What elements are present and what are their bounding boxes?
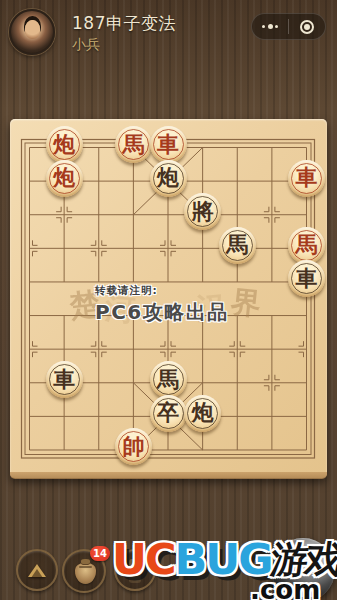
logo-uc: UC	[112, 534, 174, 584]
piece-black-車[interactable]: 車	[46, 361, 83, 398]
piece-glyph: 馬	[157, 368, 179, 390]
piece-glyph: 帥	[122, 435, 144, 457]
piece-red-炮[interactable]: 炮	[46, 160, 83, 197]
ucbug-watermark: UCBUG游戏网.com	[112, 534, 337, 587]
notification-badge: 14	[90, 546, 110, 561]
center-watermark: 转载请注明: PC6攻略出品	[95, 284, 229, 326]
piece-glyph: 車	[296, 166, 318, 188]
piece-glyph: 車	[157, 133, 179, 155]
watermark-note: 转载请注明:	[95, 284, 229, 298]
piece-red-馬[interactable]: 馬	[288, 227, 325, 264]
expand-up-button[interactable]	[16, 549, 58, 591]
piece-red-馬[interactable]: 馬	[115, 126, 152, 163]
piece-black-卒[interactable]: 卒	[150, 395, 187, 432]
chevron-up-icon	[28, 564, 46, 577]
piece-black-馬[interactable]: 馬	[219, 227, 256, 264]
piece-black-炮[interactable]: 炮	[184, 395, 221, 432]
piece-glyph: 炮	[53, 133, 75, 155]
piece-glyph: 馬	[296, 233, 318, 255]
piece-glyph: 車	[53, 368, 75, 390]
piece-glyph: 卒	[157, 401, 179, 423]
piece-red-車[interactable]: 車	[288, 160, 325, 197]
piece-glyph: 炮	[157, 166, 179, 188]
piece-glyph: 馬	[226, 233, 248, 255]
piece-black-炮[interactable]: 炮	[150, 160, 187, 197]
piece-glyph: 炮	[53, 166, 75, 188]
piece-red-車[interactable]: 車	[150, 126, 187, 163]
shop-moneybag-button[interactable]: 14	[62, 549, 106, 593]
piece-glyph: 馬	[122, 133, 144, 155]
river-text-jie: 界	[229, 282, 263, 326]
moneybag-icon	[75, 563, 96, 584]
piece-glyph: 炮	[192, 401, 214, 423]
watermark-brand: PC6攻略出品	[95, 299, 229, 326]
piece-black-馬[interactable]: 馬	[150, 361, 187, 398]
xiangqi-app-screen: 187申子变法 小兵 楚 河 汉 界 炮馬車炮炮車將馬馬車車馬卒炮帥 转载请注明…	[0, 0, 337, 600]
logo-com: .com	[250, 575, 320, 600]
piece-glyph: 車	[296, 267, 318, 289]
piece-glyph: 將	[192, 200, 214, 222]
piece-red-炮[interactable]: 炮	[46, 126, 83, 163]
